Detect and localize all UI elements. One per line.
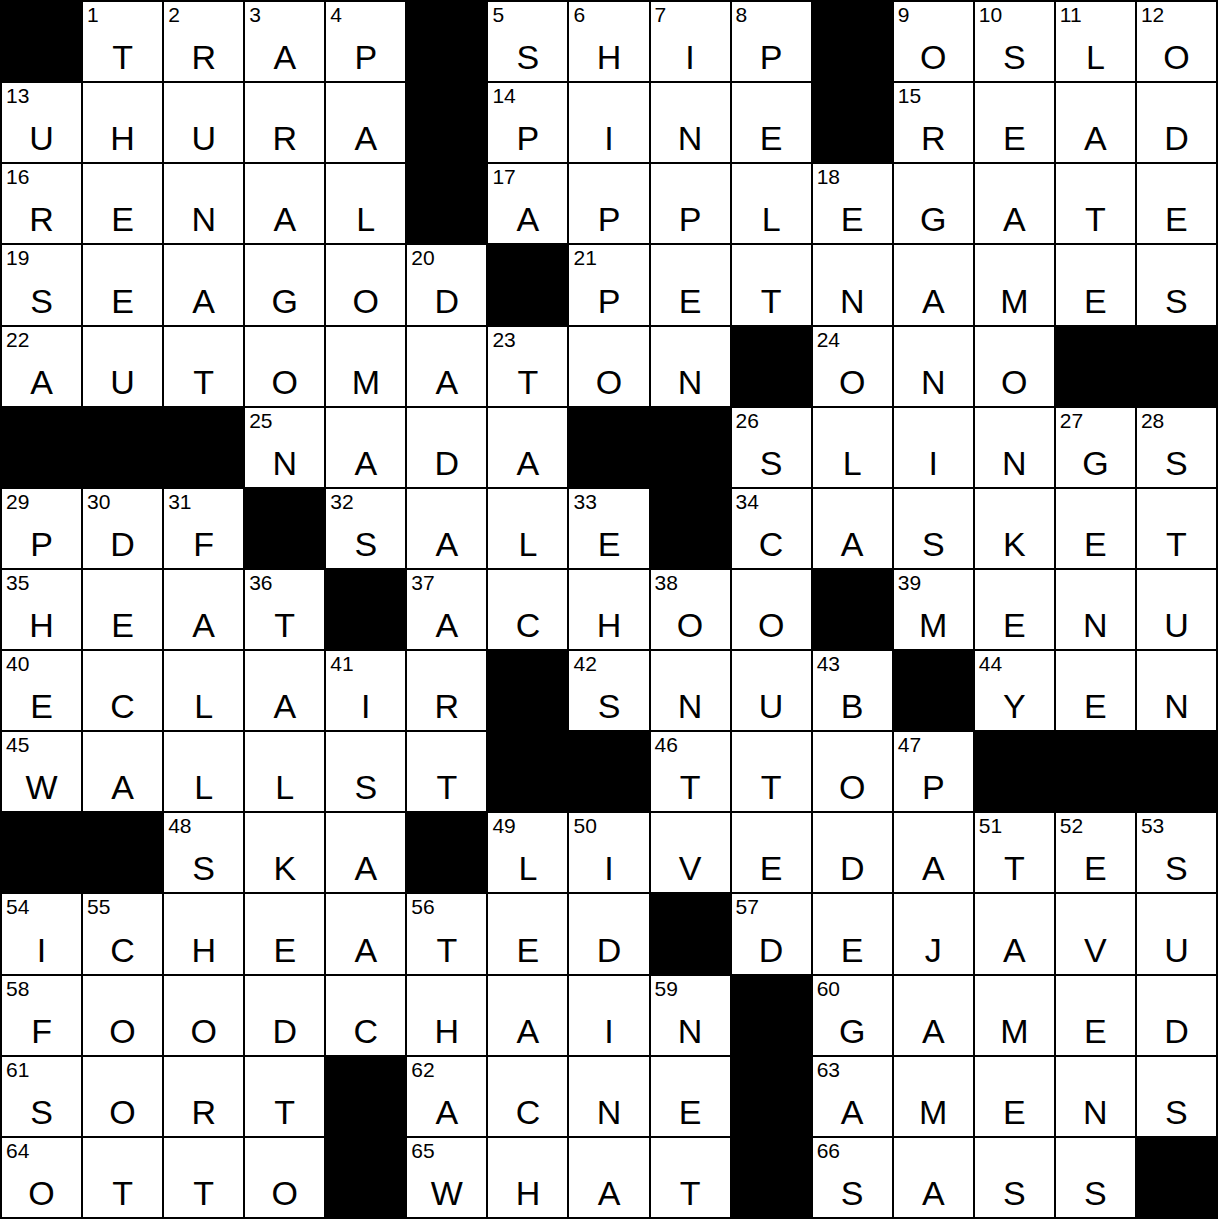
letter-cell-r14c4[interactable]: T <box>245 1057 324 1136</box>
letter-cell-r12c5[interactable]: A <box>326 894 405 973</box>
letter-cell-r4c5[interactable]: O <box>326 245 405 324</box>
cell-letter: A <box>407 527 486 561</box>
cell-letter: Y <box>975 689 1054 723</box>
clue-number: 2 <box>168 3 180 26</box>
letter-cell-r14c3[interactable]: R <box>164 1057 243 1136</box>
letter-cell-r12c12[interactable]: J <box>894 894 973 973</box>
letter-cell-r13c7[interactable]: A <box>488 976 567 1055</box>
letter-cell-r14c8[interactable]: N <box>569 1057 648 1136</box>
letter-cell-r1c3[interactable]: 2R <box>164 2 243 81</box>
cell-letter: J <box>894 933 973 967</box>
letter-cell-r11c10[interactable]: E <box>732 813 811 892</box>
cell-letter: N <box>651 689 730 723</box>
cell-letter: O <box>813 365 892 399</box>
clue-number: 55 <box>87 895 110 918</box>
letter-cell-r2c4[interactable]: R <box>245 83 324 162</box>
cell-letter: U <box>164 121 243 155</box>
letter-cell-r13c5[interactable]: C <box>326 976 405 1055</box>
letter-cell-r4c11[interactable]: N <box>813 245 892 324</box>
letter-cell-r12c6[interactable]: 56T <box>407 894 486 973</box>
cell-letter: N <box>164 202 243 236</box>
letter-cell-r6c13[interactable]: N <box>975 408 1054 487</box>
black-cell <box>732 1057 811 1136</box>
cell-letter: A <box>894 284 973 318</box>
letter-cell-r7c2[interactable]: 30D <box>83 489 162 568</box>
letter-cell-r2c14[interactable]: A <box>1056 83 1135 162</box>
cell-letter: A <box>326 446 405 480</box>
letter-cell-r2c13[interactable]: E <box>975 83 1054 162</box>
letter-cell-r3c8[interactable]: P <box>569 164 648 243</box>
letter-cell-r2c3[interactable]: U <box>164 83 243 162</box>
cell-letter: E <box>488 933 567 967</box>
letter-cell-r15c13[interactable]: S <box>975 1138 1054 1217</box>
letter-cell-r14c6[interactable]: 62A <box>407 1057 486 1136</box>
letter-cell-r8c13[interactable]: E <box>975 570 1054 649</box>
cell-letter: A <box>245 40 324 74</box>
black-cell <box>732 327 811 406</box>
letter-cell-r15c14[interactable]: S <box>1056 1138 1135 1217</box>
cell-letter: I <box>894 446 973 480</box>
letter-cell-r12c8[interactable]: D <box>569 894 648 973</box>
letter-cell-r3c14[interactable]: T <box>1056 164 1135 243</box>
letter-cell-r11c4[interactable]: K <box>245 813 324 892</box>
letter-cell-r8c3[interactable]: A <box>164 570 243 649</box>
letter-cell-r15c6[interactable]: 65W <box>407 1138 486 1217</box>
black-cell <box>326 570 405 649</box>
cell-letter: P <box>569 202 648 236</box>
clue-number: 7 <box>655 3 667 26</box>
letter-cell-r13c11[interactable]: 60G <box>813 976 892 1055</box>
cell-letter: N <box>651 365 730 399</box>
letter-cell-r9c9[interactable]: N <box>651 651 730 730</box>
letter-cell-r6c7[interactable]: A <box>488 408 567 487</box>
cell-letter: E <box>1137 202 1216 236</box>
letter-cell-r5c6[interactable]: A <box>407 327 486 406</box>
cell-letter: E <box>1056 689 1135 723</box>
letter-cell-r9c10[interactable]: U <box>732 651 811 730</box>
letter-cell-r14c12[interactable]: M <box>894 1057 973 1136</box>
letter-cell-r11c13[interactable]: 51T <box>975 813 1054 892</box>
letter-cell-r4c12[interactable]: A <box>894 245 973 324</box>
letter-cell-r9c3[interactable]: L <box>164 651 243 730</box>
letter-cell-r15c7[interactable]: H <box>488 1138 567 1217</box>
letter-cell-r11c11[interactable]: D <box>813 813 892 892</box>
letter-cell-r12c10[interactable]: 57D <box>732 894 811 973</box>
clue-number: 24 <box>817 328 840 351</box>
cell-letter: S <box>1137 284 1216 318</box>
letter-cell-r5c2[interactable]: U <box>83 327 162 406</box>
black-cell <box>488 732 567 811</box>
letter-cell-r3c2[interactable]: E <box>83 164 162 243</box>
letter-cell-r11c15[interactable]: 53S <box>1137 813 1216 892</box>
letter-cell-r2c5[interactable]: A <box>326 83 405 162</box>
letter-cell-r12c2[interactable]: 55C <box>83 894 162 973</box>
letter-cell-r7c11[interactable]: A <box>813 489 892 568</box>
letter-cell-r7c8[interactable]: 33E <box>569 489 648 568</box>
letter-cell-r13c13[interactable]: M <box>975 976 1054 1055</box>
letter-cell-r8c12[interactable]: 39M <box>894 570 973 649</box>
letter-cell-r10c5[interactable]: S <box>326 732 405 811</box>
letter-cell-r14c15[interactable]: S <box>1137 1057 1216 1136</box>
letter-cell-r5c12[interactable]: N <box>894 327 973 406</box>
letter-cell-r10c3[interactable]: L <box>164 732 243 811</box>
clue-number: 8 <box>736 3 748 26</box>
letter-cell-r7c10[interactable]: 34C <box>732 489 811 568</box>
letter-cell-r3c11[interactable]: 18E <box>813 164 892 243</box>
letter-cell-r10c9[interactable]: 46T <box>651 732 730 811</box>
letter-cell-r11c9[interactable]: V <box>651 813 730 892</box>
letter-cell-r3c4[interactable]: A <box>245 164 324 243</box>
letter-cell-r3c15[interactable]: E <box>1137 164 1216 243</box>
letter-cell-r6c6[interactable]: D <box>407 408 486 487</box>
letter-cell-r13c12[interactable]: A <box>894 976 973 1055</box>
letter-cell-r5c8[interactable]: O <box>569 327 648 406</box>
letter-cell-r6c5[interactable]: A <box>326 408 405 487</box>
cell-letter: N <box>813 284 892 318</box>
letter-cell-r4c14[interactable]: E <box>1056 245 1135 324</box>
cell-letter: V <box>1056 933 1135 967</box>
clue-number: 12 <box>1141 3 1164 26</box>
letter-cell-r8c2[interactable]: E <box>83 570 162 649</box>
clue-number: 45 <box>6 733 29 756</box>
cell-letter: E <box>813 202 892 236</box>
letter-cell-r5c13[interactable]: O <box>975 327 1054 406</box>
black-cell <box>975 732 1054 811</box>
letter-cell-r9c14[interactable]: E <box>1056 651 1135 730</box>
letter-cell-r4c2[interactable]: E <box>83 245 162 324</box>
letter-cell-r12c14[interactable]: V <box>1056 894 1135 973</box>
letter-cell-r8c1[interactable]: 35H <box>2 570 81 649</box>
letter-cell-r5c9[interactable]: N <box>651 327 730 406</box>
letter-cell-r1c12[interactable]: 9O <box>894 2 973 81</box>
cell-letter: O <box>813 770 892 804</box>
cell-letter: O <box>83 1095 162 1129</box>
letter-cell-r9c6[interactable]: R <box>407 651 486 730</box>
letter-cell-r14c13[interactable]: E <box>975 1057 1054 1136</box>
cell-letter: D <box>407 284 486 318</box>
cell-letter: R <box>245 121 324 155</box>
letter-cell-r13c9[interactable]: 59N <box>651 976 730 1055</box>
letter-cell-r4c9[interactable]: E <box>651 245 730 324</box>
letter-cell-r4c3[interactable]: A <box>164 245 243 324</box>
clue-number: 41 <box>330 652 353 675</box>
cell-letter: U <box>1137 933 1216 967</box>
clue-number: 60 <box>817 977 840 1000</box>
letter-cell-r3c5[interactable]: L <box>326 164 405 243</box>
letter-cell-r7c14[interactable]: E <box>1056 489 1135 568</box>
cell-letter: N <box>1056 608 1135 642</box>
letter-cell-r14c11[interactable]: 63A <box>813 1057 892 1136</box>
letter-cell-r13c2[interactable]: O <box>83 976 162 1055</box>
letter-cell-r15c2[interactable]: T <box>83 1138 162 1217</box>
cell-letter: C <box>83 933 162 967</box>
cell-letter: H <box>2 608 81 642</box>
letter-cell-r1c4[interactable]: 3A <box>245 2 324 81</box>
clue-number: 66 <box>817 1139 840 1162</box>
letter-cell-r9c2[interactable]: C <box>83 651 162 730</box>
letter-cell-r1c10[interactable]: 8P <box>732 2 811 81</box>
cell-letter: E <box>975 608 1054 642</box>
letter-cell-r5c4[interactable]: O <box>245 327 324 406</box>
letter-cell-r6c10[interactable]: 26S <box>732 408 811 487</box>
letter-cell-r9c11[interactable]: 43B <box>813 651 892 730</box>
clue-number: 39 <box>898 571 921 594</box>
letter-cell-r3c13[interactable]: A <box>975 164 1054 243</box>
letter-cell-r4c8[interactable]: 21P <box>569 245 648 324</box>
letter-cell-r1c8[interactable]: 6H <box>569 2 648 81</box>
cell-letter: H <box>488 1176 567 1210</box>
letter-cell-r3c12[interactable]: G <box>894 164 973 243</box>
letter-cell-r12c11[interactable]: E <box>813 894 892 973</box>
letter-cell-r8c6[interactable]: 37A <box>407 570 486 649</box>
letter-cell-r8c8[interactable]: H <box>569 570 648 649</box>
letter-cell-r2c2[interactable]: H <box>83 83 162 162</box>
cell-letter: T <box>651 1176 730 1210</box>
cell-letter: T <box>245 1095 324 1129</box>
letter-cell-r6c4[interactable]: 25N <box>245 408 324 487</box>
letter-cell-r4c1[interactable]: 19S <box>2 245 81 324</box>
letter-cell-r5c3[interactable]: T <box>164 327 243 406</box>
letter-cell-r13c8[interactable]: I <box>569 976 648 1055</box>
letter-cell-r7c3[interactable]: 31F <box>164 489 243 568</box>
cell-letter: E <box>975 121 1054 155</box>
cell-letter: A <box>407 365 486 399</box>
cell-letter: K <box>975 527 1054 561</box>
letter-cell-r1c5[interactable]: 4P <box>326 2 405 81</box>
letter-cell-r12c13[interactable]: A <box>975 894 1054 973</box>
letter-cell-r9c5[interactable]: 41I <box>326 651 405 730</box>
letter-cell-r4c13[interactable]: M <box>975 245 1054 324</box>
letter-cell-r6c12[interactable]: I <box>894 408 973 487</box>
letter-cell-r3c7[interactable]: 17A <box>488 164 567 243</box>
letter-cell-r10c11[interactable]: O <box>813 732 892 811</box>
cell-letter: T <box>651 770 730 804</box>
letter-cell-r11c5[interactable]: A <box>326 813 405 892</box>
cell-letter: S <box>326 527 405 561</box>
letter-cell-r15c8[interactable]: A <box>569 1138 648 1217</box>
cell-letter: M <box>975 284 1054 318</box>
clue-number: 32 <box>330 490 353 513</box>
letter-cell-r4c6[interactable]: 20D <box>407 245 486 324</box>
letter-cell-r8c7[interactable]: C <box>488 570 567 649</box>
cell-letter: R <box>164 1095 243 1129</box>
letter-cell-r4c15[interactable]: S <box>1137 245 1216 324</box>
letter-cell-r15c4[interactable]: O <box>245 1138 324 1217</box>
letter-cell-r2c1[interactable]: 13U <box>2 83 81 162</box>
letter-cell-r2c15[interactable]: D <box>1137 83 1216 162</box>
black-cell <box>651 489 730 568</box>
letter-cell-r1c13[interactable]: 10S <box>975 2 1054 81</box>
black-cell <box>407 164 486 243</box>
letter-cell-r8c10[interactable]: O <box>732 570 811 649</box>
cell-letter: S <box>2 284 81 318</box>
cell-letter: L <box>488 851 567 885</box>
letter-cell-r8c9[interactable]: 38O <box>651 570 730 649</box>
black-cell <box>2 2 81 81</box>
cell-letter: T <box>407 933 486 967</box>
letter-cell-r1c7[interactable]: 5S <box>488 2 567 81</box>
letter-cell-r3c1[interactable]: 16R <box>2 164 81 243</box>
letter-cell-r7c13[interactable]: K <box>975 489 1054 568</box>
clue-number: 31 <box>168 490 191 513</box>
letter-cell-r13c15[interactable]: D <box>1137 976 1216 1055</box>
letter-cell-r2c8[interactable]: I <box>569 83 648 162</box>
black-cell <box>1056 732 1135 811</box>
cell-letter: T <box>1137 527 1216 561</box>
letter-cell-r5c7[interactable]: 23T <box>488 327 567 406</box>
letter-cell-r10c12[interactable]: 47P <box>894 732 973 811</box>
black-cell <box>569 732 648 811</box>
cell-letter: A <box>1056 121 1135 155</box>
clue-number: 33 <box>573 490 596 513</box>
cell-letter: W <box>2 770 81 804</box>
letter-cell-r9c8[interactable]: 42S <box>569 651 648 730</box>
clue-number: 4 <box>330 3 342 26</box>
letter-cell-r4c4[interactable]: G <box>245 245 324 324</box>
cell-letter: K <box>245 851 324 885</box>
letter-cell-r10c4[interactable]: L <box>245 732 324 811</box>
letter-cell-r15c12[interactable]: A <box>894 1138 973 1217</box>
letter-cell-r8c15[interactable]: U <box>1137 570 1216 649</box>
cell-letter: A <box>813 527 892 561</box>
cell-letter: D <box>569 933 648 967</box>
clue-number: 64 <box>6 1139 29 1162</box>
letter-cell-r12c7[interactable]: E <box>488 894 567 973</box>
letter-cell-r13c4[interactable]: D <box>245 976 324 1055</box>
cell-letter: D <box>245 1014 324 1048</box>
letter-cell-r14c2[interactable]: O <box>83 1057 162 1136</box>
letter-cell-r11c12[interactable]: A <box>894 813 973 892</box>
letter-cell-r15c3[interactable]: T <box>164 1138 243 1217</box>
letter-cell-r12c4[interactable]: E <box>245 894 324 973</box>
letter-cell-r13c14[interactable]: E <box>1056 976 1135 1055</box>
letter-cell-r3c10[interactable]: L <box>732 164 811 243</box>
cell-letter: A <box>83 770 162 804</box>
cell-letter: A <box>245 689 324 723</box>
letter-cell-r7c1[interactable]: 29P <box>2 489 81 568</box>
letter-cell-r9c13[interactable]: 44Y <box>975 651 1054 730</box>
letter-cell-r11c8[interactable]: 50I <box>569 813 648 892</box>
letter-cell-r15c11[interactable]: 66S <box>813 1138 892 1217</box>
letter-cell-r13c1[interactable]: 58F <box>2 976 81 1055</box>
letter-cell-r7c6[interactable]: A <box>407 489 486 568</box>
cell-letter: R <box>2 202 81 236</box>
clue-number: 58 <box>6 977 29 1000</box>
clue-number: 23 <box>492 328 515 351</box>
letter-cell-r9c15[interactable]: N <box>1137 651 1216 730</box>
letter-cell-r10c1[interactable]: 45W <box>2 732 81 811</box>
cell-letter: R <box>894 121 973 155</box>
clue-number: 18 <box>817 165 840 188</box>
letter-cell-r14c1[interactable]: 61S <box>2 1057 81 1136</box>
cell-letter: N <box>651 1014 730 1048</box>
cell-letter: A <box>326 121 405 155</box>
letter-cell-r3c3[interactable]: N <box>164 164 243 243</box>
cell-letter: A <box>488 446 567 480</box>
cell-letter: L <box>732 202 811 236</box>
letter-cell-r12c1[interactable]: 54I <box>2 894 81 973</box>
cell-letter: P <box>2 527 81 561</box>
letter-cell-r2c12[interactable]: 15R <box>894 83 973 162</box>
letter-cell-r7c5[interactable]: 32S <box>326 489 405 568</box>
letter-cell-r9c4[interactable]: A <box>245 651 324 730</box>
letter-cell-r14c7[interactable]: C <box>488 1057 567 1136</box>
cell-letter: D <box>813 851 892 885</box>
letter-cell-r15c1[interactable]: 64O <box>2 1138 81 1217</box>
letter-cell-r2c7[interactable]: 14P <box>488 83 567 162</box>
black-cell <box>732 1138 811 1217</box>
letter-cell-r11c3[interactable]: 48S <box>164 813 243 892</box>
letter-cell-r1c2[interactable]: 1T <box>83 2 162 81</box>
letter-cell-r7c15[interactable]: T <box>1137 489 1216 568</box>
letter-cell-r1c15[interactable]: 12O <box>1137 2 1216 81</box>
letter-cell-r8c14[interactable]: N <box>1056 570 1135 649</box>
cell-letter: E <box>732 851 811 885</box>
clue-number: 6 <box>573 3 585 26</box>
letter-cell-r5c5[interactable]: M <box>326 327 405 406</box>
letter-cell-r3c9[interactable]: P <box>651 164 730 243</box>
cell-letter: E <box>1056 284 1135 318</box>
cell-letter: G <box>813 1014 892 1048</box>
black-cell <box>407 83 486 162</box>
letter-cell-r10c2[interactable]: A <box>83 732 162 811</box>
cell-letter: L <box>164 689 243 723</box>
cell-letter: O <box>975 365 1054 399</box>
black-cell <box>1137 1138 1216 1217</box>
black-cell <box>651 894 730 973</box>
letter-cell-r2c9[interactable]: N <box>651 83 730 162</box>
cell-letter: F <box>164 527 243 561</box>
cell-letter: S <box>1056 1176 1135 1210</box>
letter-cell-r11c14[interactable]: 52E <box>1056 813 1135 892</box>
letter-cell-r7c12[interactable]: S <box>894 489 973 568</box>
cell-letter: H <box>569 608 648 642</box>
letter-cell-r13c6[interactable]: H <box>407 976 486 1055</box>
letter-cell-r14c9[interactable]: E <box>651 1057 730 1136</box>
letter-cell-r7c7[interactable]: L <box>488 489 567 568</box>
letter-cell-r5c1[interactable]: 22A <box>2 327 81 406</box>
letter-cell-r15c9[interactable]: T <box>651 1138 730 1217</box>
letter-cell-r10c6[interactable]: T <box>407 732 486 811</box>
letter-cell-r10c10[interactable]: T <box>732 732 811 811</box>
cell-letter: T <box>488 365 567 399</box>
letter-cell-r5c11[interactable]: 24O <box>813 327 892 406</box>
letter-cell-r6c14[interactable]: 27G <box>1056 408 1135 487</box>
letter-cell-r2c10[interactable]: E <box>732 83 811 162</box>
letter-cell-r11c7[interactable]: 49L <box>488 813 567 892</box>
letter-cell-r6c15[interactable]: 28S <box>1137 408 1216 487</box>
black-cell <box>813 570 892 649</box>
letter-cell-r4c10[interactable]: T <box>732 245 811 324</box>
cell-letter: R <box>164 40 243 74</box>
cell-letter: P <box>488 121 567 155</box>
letter-cell-r13c3[interactable]: O <box>164 976 243 1055</box>
clue-number: 59 <box>655 977 678 1000</box>
letter-cell-r1c14[interactable]: 11L <box>1056 2 1135 81</box>
cell-letter: T <box>975 851 1054 885</box>
cell-letter: R <box>407 689 486 723</box>
letter-cell-r8c4[interactable]: 36T <box>245 570 324 649</box>
letter-cell-r9c1[interactable]: 40E <box>2 651 81 730</box>
letter-cell-r12c3[interactable]: H <box>164 894 243 973</box>
cell-letter: P <box>569 284 648 318</box>
letter-cell-r14c14[interactable]: N <box>1056 1057 1135 1136</box>
clue-number: 47 <box>898 733 921 756</box>
clue-number: 65 <box>411 1139 434 1162</box>
letter-cell-r6c11[interactable]: L <box>813 408 892 487</box>
letter-cell-r1c9[interactable]: 7I <box>651 2 730 81</box>
letter-cell-r12c15[interactable]: U <box>1137 894 1216 973</box>
